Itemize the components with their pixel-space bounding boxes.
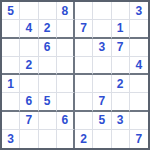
- cell-r6c8[interactable]: [130, 93, 148, 111]
- cell-r4c4[interactable]: [57, 57, 75, 75]
- cell-r2c6[interactable]: [93, 20, 111, 38]
- cell-r7c5[interactable]: [75, 112, 93, 130]
- cell-r8c3[interactable]: [39, 130, 57, 148]
- cell-r6c4[interactable]: [57, 93, 75, 111]
- cell-r2c8[interactable]: [130, 20, 148, 38]
- cell-r5c8[interactable]: [130, 75, 148, 93]
- cell-r3c3[interactable]: 6: [39, 39, 57, 57]
- cell-r1c5[interactable]: [75, 2, 93, 20]
- cell-r8c5[interactable]: 2: [75, 130, 93, 148]
- cell-r4c3[interactable]: [39, 57, 57, 75]
- cell-r6c7[interactable]: [112, 93, 130, 111]
- cell-r5c4[interactable]: [57, 75, 75, 93]
- cell-r1c4[interactable]: 8: [57, 2, 75, 20]
- cell-r6c5[interactable]: [75, 93, 93, 111]
- cell-r8c8[interactable]: 7: [130, 130, 148, 148]
- cell-r8c1[interactable]: 3: [2, 130, 20, 148]
- cell-r1c8[interactable]: 3: [130, 2, 148, 20]
- cell-r1c1[interactable]: 5: [2, 2, 20, 20]
- cell-r2c5[interactable]: 7: [75, 20, 93, 38]
- cell-r2c3[interactable]: 2: [39, 20, 57, 38]
- cell-r4c5[interactable]: [75, 57, 93, 75]
- cell-r3c6[interactable]: 3: [93, 39, 111, 57]
- cell-r6c2[interactable]: 6: [20, 93, 38, 111]
- cell-r7c6[interactable]: 5: [93, 112, 111, 130]
- cell-r2c2[interactable]: 4: [20, 20, 38, 38]
- cell-r6c3[interactable]: 5: [39, 93, 57, 111]
- cell-r5c2[interactable]: [20, 75, 38, 93]
- cell-r3c2[interactable]: [20, 39, 38, 57]
- cell-r2c7[interactable]: 1: [112, 20, 130, 38]
- cell-r2c1[interactable]: [2, 20, 20, 38]
- cell-r3c8[interactable]: [130, 39, 148, 57]
- sudoku-board: 583427163724126577653327: [0, 0, 150, 150]
- cell-r7c1[interactable]: [2, 112, 20, 130]
- cell-r7c3[interactable]: [39, 112, 57, 130]
- cell-r3c1[interactable]: [2, 39, 20, 57]
- cell-r7c2[interactable]: 7: [20, 112, 38, 130]
- cell-r4c1[interactable]: [2, 57, 20, 75]
- cell-r7c7[interactable]: 3: [112, 112, 130, 130]
- cell-r4c6[interactable]: [93, 57, 111, 75]
- cell-r1c7[interactable]: [112, 2, 130, 20]
- cell-r5c5[interactable]: [75, 75, 93, 93]
- cell-r5c1[interactable]: 1: [2, 75, 20, 93]
- cell-r3c7[interactable]: 7: [112, 39, 130, 57]
- cell-r2c4[interactable]: [57, 20, 75, 38]
- cell-r5c3[interactable]: [39, 75, 57, 93]
- cell-r1c6[interactable]: [93, 2, 111, 20]
- cell-r7c8[interactable]: [130, 112, 148, 130]
- cell-r4c8[interactable]: 4: [130, 57, 148, 75]
- cell-r6c1[interactable]: [2, 93, 20, 111]
- cell-r8c4[interactable]: [57, 130, 75, 148]
- cell-r8c7[interactable]: [112, 130, 130, 148]
- cell-r3c5[interactable]: [75, 39, 93, 57]
- cell-r4c7[interactable]: [112, 57, 130, 75]
- cell-r8c6[interactable]: [93, 130, 111, 148]
- cell-r3c4[interactable]: [57, 39, 75, 57]
- cell-r1c2[interactable]: [20, 2, 38, 20]
- cell-r5c7[interactable]: 2: [112, 75, 130, 93]
- cell-r8c2[interactable]: [20, 130, 38, 148]
- cell-r4c2[interactable]: 2: [20, 57, 38, 75]
- cell-r7c4[interactable]: 6: [57, 112, 75, 130]
- cell-r6c6[interactable]: 7: [93, 93, 111, 111]
- cell-r1c3[interactable]: [39, 2, 57, 20]
- cell-r5c6[interactable]: [93, 75, 111, 93]
